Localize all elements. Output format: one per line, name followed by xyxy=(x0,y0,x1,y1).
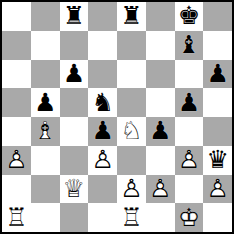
square-b1[interactable] xyxy=(31,203,60,232)
piece-body-layer: ♝ xyxy=(175,31,204,60)
piece-outline-layer: ♙ xyxy=(117,175,146,204)
square-e4[interactable]: ♞♘ xyxy=(117,117,146,146)
square-g1[interactable]: ♚♔ xyxy=(175,203,204,232)
piece-white-pawn: ♟♙ xyxy=(2,146,31,175)
piece-outline-layer: ♗ xyxy=(31,117,60,146)
square-d7[interactable] xyxy=(88,31,117,60)
piece-outline-layer: ♕ xyxy=(60,175,89,204)
square-b3[interactable] xyxy=(31,146,60,175)
piece-white-knight: ♞♘ xyxy=(117,117,146,146)
piece-outline-layer: ♙ xyxy=(88,146,117,175)
square-e1[interactable]: ♜♖ xyxy=(117,203,146,232)
square-g6[interactable] xyxy=(175,60,204,89)
square-h2[interactable]: ♟♙ xyxy=(203,175,232,204)
piece-outline-layer: ♘ xyxy=(117,117,146,146)
square-d1[interactable] xyxy=(88,203,117,232)
square-h7[interactable] xyxy=(203,31,232,60)
piece-outline-layer: ♙ xyxy=(146,175,175,204)
square-b5[interactable]: ♟ xyxy=(31,88,60,117)
square-a2[interactable] xyxy=(2,175,31,204)
piece-white-pawn: ♟♙ xyxy=(146,175,175,204)
piece-white-queen: ♛♕ xyxy=(60,175,89,204)
square-b7[interactable] xyxy=(31,31,60,60)
piece-body-layer: ♟ xyxy=(146,117,175,146)
square-d5[interactable]: ♞ xyxy=(88,88,117,117)
square-e5[interactable] xyxy=(117,88,146,117)
piece-body-layer: ♟ xyxy=(175,88,204,117)
piece-outline-layer: ♙ xyxy=(2,146,31,175)
square-g5[interactable]: ♟ xyxy=(175,88,204,117)
piece-black-queen: ♛ xyxy=(203,146,232,175)
square-a1[interactable]: ♜♖ xyxy=(2,203,31,232)
piece-black-pawn: ♟ xyxy=(88,117,117,146)
square-f1[interactable] xyxy=(146,203,175,232)
square-c7[interactable] xyxy=(60,31,89,60)
square-h5[interactable] xyxy=(203,88,232,117)
square-h1[interactable] xyxy=(203,203,232,232)
piece-outline-layer: ♖ xyxy=(117,203,146,232)
piece-outline-layer: ♙ xyxy=(203,175,232,204)
square-d8[interactable] xyxy=(88,2,117,31)
piece-black-pawn: ♟ xyxy=(31,88,60,117)
square-g8[interactable]: ♚ xyxy=(175,2,204,31)
square-f5[interactable] xyxy=(146,88,175,117)
piece-black-bishop: ♝ xyxy=(175,31,204,60)
square-h3[interactable]: ♛ xyxy=(203,146,232,175)
square-a6[interactable] xyxy=(2,60,31,89)
piece-black-pawn: ♟ xyxy=(146,117,175,146)
square-f4[interactable]: ♟ xyxy=(146,117,175,146)
square-c1[interactable] xyxy=(60,203,89,232)
piece-white-rook: ♜♖ xyxy=(117,203,146,232)
piece-body-layer: ♚ xyxy=(175,2,204,31)
square-b6[interactable] xyxy=(31,60,60,89)
piece-black-knight: ♞ xyxy=(88,88,117,117)
piece-black-pawn: ♟ xyxy=(203,60,232,89)
square-e3[interactable] xyxy=(117,146,146,175)
piece-body-layer: ♜ xyxy=(117,2,146,31)
piece-white-pawn: ♟♙ xyxy=(117,175,146,204)
chess-board: ♜♜♚♝♟♟♟♞♟♝♗♟♞♘♟♟♙♟♙♟♙♛♛♕♟♙♟♙♟♙♜♖♜♖♚♔ xyxy=(0,0,234,234)
square-f3[interactable] xyxy=(146,146,175,175)
piece-outline-layer: ♙ xyxy=(175,146,204,175)
square-c8[interactable]: ♜ xyxy=(60,2,89,31)
square-a4[interactable] xyxy=(2,117,31,146)
square-e2[interactable]: ♟♙ xyxy=(117,175,146,204)
square-a5[interactable] xyxy=(2,88,31,117)
piece-outline-layer: ♖ xyxy=(2,203,31,232)
piece-outline-layer: ♔ xyxy=(175,203,204,232)
square-d4[interactable]: ♟ xyxy=(88,117,117,146)
square-g2[interactable] xyxy=(175,175,204,204)
square-g4[interactable] xyxy=(175,117,204,146)
square-c4[interactable] xyxy=(60,117,89,146)
piece-white-king: ♚♔ xyxy=(175,203,204,232)
square-f2[interactable]: ♟♙ xyxy=(146,175,175,204)
square-f6[interactable] xyxy=(146,60,175,89)
piece-white-rook: ♜♖ xyxy=(2,203,31,232)
square-h8[interactable] xyxy=(203,2,232,31)
square-e6[interactable] xyxy=(117,60,146,89)
square-a7[interactable] xyxy=(2,31,31,60)
square-b4[interactable]: ♝♗ xyxy=(31,117,60,146)
square-h4[interactable] xyxy=(203,117,232,146)
square-f7[interactable] xyxy=(146,31,175,60)
piece-white-bishop: ♝♗ xyxy=(31,117,60,146)
square-d2[interactable] xyxy=(88,175,117,204)
square-h6[interactable]: ♟ xyxy=(203,60,232,89)
square-d6[interactable] xyxy=(88,60,117,89)
piece-black-pawn: ♟ xyxy=(60,60,89,89)
square-b8[interactable] xyxy=(31,2,60,31)
square-b2[interactable] xyxy=(31,175,60,204)
piece-black-rook: ♜ xyxy=(117,2,146,31)
piece-body-layer: ♜ xyxy=(60,2,89,31)
square-g7[interactable]: ♝ xyxy=(175,31,204,60)
piece-white-pawn: ♟♙ xyxy=(203,175,232,204)
piece-white-pawn: ♟♙ xyxy=(88,146,117,175)
square-c6[interactable]: ♟ xyxy=(60,60,89,89)
square-e8[interactable]: ♜ xyxy=(117,2,146,31)
piece-white-pawn: ♟♙ xyxy=(175,146,204,175)
square-c2[interactable]: ♛♕ xyxy=(60,175,89,204)
square-c3[interactable] xyxy=(60,146,89,175)
piece-body-layer: ♞ xyxy=(88,88,117,117)
square-f8[interactable] xyxy=(146,2,175,31)
piece-black-pawn: ♟ xyxy=(175,88,204,117)
piece-body-layer: ♟ xyxy=(203,60,232,89)
piece-body-layer: ♟ xyxy=(60,60,89,89)
square-c5[interactable] xyxy=(60,88,89,117)
piece-body-layer: ♟ xyxy=(88,117,117,146)
piece-body-layer: ♟ xyxy=(31,88,60,117)
piece-body-layer: ♛ xyxy=(203,146,232,175)
square-d3[interactable]: ♟♙ xyxy=(88,146,117,175)
piece-black-rook: ♜ xyxy=(60,2,89,31)
square-e7[interactable] xyxy=(117,31,146,60)
square-a8[interactable] xyxy=(2,2,31,31)
square-g3[interactable]: ♟♙ xyxy=(175,146,204,175)
piece-black-king: ♚ xyxy=(175,2,204,31)
square-a3[interactable]: ♟♙ xyxy=(2,146,31,175)
